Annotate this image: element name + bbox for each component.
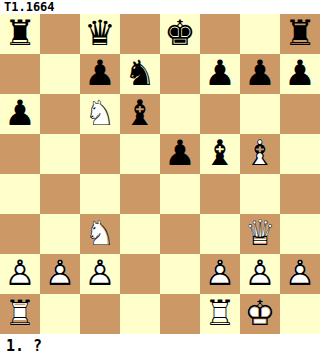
square-g8[interactable] <box>240 14 280 54</box>
square-c3[interactable]: ♞♘ <box>80 214 120 254</box>
square-c4[interactable] <box>80 174 120 214</box>
piece-glyph-outline: ♖ <box>0 294 40 334</box>
square-f6[interactable] <box>200 94 240 134</box>
white-rook[interactable]: ♜♖ <box>200 294 240 334</box>
black-rook[interactable]: ♜ <box>0 14 40 54</box>
square-h4[interactable] <box>280 174 320 214</box>
square-a2[interactable]: ♟♙ <box>0 254 40 294</box>
square-d3[interactable] <box>120 214 160 254</box>
square-b3[interactable] <box>40 214 80 254</box>
square-g1[interactable]: ♚♔ <box>240 294 280 334</box>
square-h8[interactable]: ♜ <box>280 14 320 54</box>
piece-glyph: ♝ <box>120 94 160 134</box>
white-queen[interactable]: ♛♕ <box>240 214 280 254</box>
square-c8[interactable]: ♛ <box>80 14 120 54</box>
white-pawn[interactable]: ♟♙ <box>80 254 120 294</box>
square-a6[interactable]: ♟ <box>0 94 40 134</box>
black-knight[interactable]: ♞ <box>120 54 160 94</box>
square-e8[interactable]: ♚ <box>160 14 200 54</box>
square-e6[interactable] <box>160 94 200 134</box>
piece-glyph: ♟ <box>80 54 120 94</box>
square-b8[interactable] <box>40 14 80 54</box>
white-pawn[interactable]: ♟♙ <box>240 254 280 294</box>
white-pawn[interactable]: ♟♙ <box>0 254 40 294</box>
piece-glyph: ♜ <box>280 14 320 54</box>
square-b5[interactable] <box>40 134 80 174</box>
square-a8[interactable]: ♜ <box>0 14 40 54</box>
square-f5[interactable]: ♝ <box>200 134 240 174</box>
piece-glyph-outline: ♙ <box>40 254 80 294</box>
square-h2[interactable]: ♟♙ <box>280 254 320 294</box>
chess-app: T1.1664 ♜♛♚♜♟♞♟♟♟♟♞♘♝♟♝♝♗♞♘♛♕♟♙♟♙♟♙♟♙♟♙♟… <box>0 0 320 360</box>
white-pawn[interactable]: ♟♙ <box>200 254 240 294</box>
puzzle-title: T1.1664 <box>0 0 320 14</box>
square-g4[interactable] <box>240 174 280 214</box>
black-pawn[interactable]: ♟ <box>200 54 240 94</box>
square-d4[interactable] <box>120 174 160 214</box>
piece-glyph: ♝ <box>200 134 240 174</box>
square-a5[interactable] <box>0 134 40 174</box>
square-h1[interactable] <box>280 294 320 334</box>
square-a3[interactable] <box>0 214 40 254</box>
square-g6[interactable] <box>240 94 280 134</box>
white-knight[interactable]: ♞♘ <box>80 94 120 134</box>
square-e3[interactable] <box>160 214 200 254</box>
piece-glyph: ♜ <box>0 14 40 54</box>
piece-glyph-outline: ♙ <box>240 254 280 294</box>
black-pawn[interactable]: ♟ <box>80 54 120 94</box>
square-d8[interactable] <box>120 14 160 54</box>
square-g7[interactable]: ♟ <box>240 54 280 94</box>
move-prompt: 1. ? <box>0 334 320 360</box>
square-c2[interactable]: ♟♙ <box>80 254 120 294</box>
square-g2[interactable]: ♟♙ <box>240 254 280 294</box>
square-d7[interactable]: ♞ <box>120 54 160 94</box>
square-d2[interactable] <box>120 254 160 294</box>
square-a1[interactable]: ♜♖ <box>0 294 40 334</box>
square-f4[interactable] <box>200 174 240 214</box>
square-e4[interactable] <box>160 174 200 214</box>
square-d5[interactable] <box>120 134 160 174</box>
square-b1[interactable] <box>40 294 80 334</box>
piece-glyph: ♞ <box>120 54 160 94</box>
white-knight[interactable]: ♞♘ <box>80 214 120 254</box>
black-bishop[interactable]: ♝ <box>120 94 160 134</box>
black-queen[interactable]: ♛ <box>80 14 120 54</box>
piece-glyph: ♟ <box>200 54 240 94</box>
square-b2[interactable]: ♟♙ <box>40 254 80 294</box>
square-e2[interactable] <box>160 254 200 294</box>
white-bishop[interactable]: ♝♗ <box>240 134 280 174</box>
piece-glyph-outline: ♙ <box>0 254 40 294</box>
piece-glyph-outline: ♙ <box>280 254 320 294</box>
square-f3[interactable] <box>200 214 240 254</box>
piece-glyph-outline: ♕ <box>240 214 280 254</box>
square-f7[interactable]: ♟ <box>200 54 240 94</box>
square-e5[interactable]: ♟ <box>160 134 200 174</box>
chess-board: ♜♛♚♜♟♞♟♟♟♟♞♘♝♟♝♝♗♞♘♛♕♟♙♟♙♟♙♟♙♟♙♟♙♜♖♜♖♚♔ <box>0 14 320 334</box>
piece-glyph-outline: ♘ <box>80 214 120 254</box>
square-d1[interactable] <box>120 294 160 334</box>
square-b7[interactable] <box>40 54 80 94</box>
square-f1[interactable]: ♜♖ <box>200 294 240 334</box>
white-king[interactable]: ♚♔ <box>240 294 280 334</box>
black-pawn[interactable]: ♟ <box>280 54 320 94</box>
piece-glyph: ♟ <box>240 54 280 94</box>
piece-glyph-outline: ♗ <box>240 134 280 174</box>
square-c7[interactable]: ♟ <box>80 54 120 94</box>
square-d6[interactable]: ♝ <box>120 94 160 134</box>
piece-glyph-outline: ♖ <box>200 294 240 334</box>
square-h5[interactable] <box>280 134 320 174</box>
square-c1[interactable] <box>80 294 120 334</box>
black-pawn[interactable]: ♟ <box>240 54 280 94</box>
white-pawn[interactable]: ♟♙ <box>280 254 320 294</box>
piece-glyph: ♟ <box>0 94 40 134</box>
white-pawn[interactable]: ♟♙ <box>40 254 80 294</box>
square-f8[interactable] <box>200 14 240 54</box>
square-b4[interactable] <box>40 174 80 214</box>
square-h6[interactable] <box>280 94 320 134</box>
black-rook[interactable]: ♜ <box>280 14 320 54</box>
square-e7[interactable] <box>160 54 200 94</box>
black-king[interactable]: ♚ <box>160 14 200 54</box>
square-a7[interactable] <box>0 54 40 94</box>
black-pawn[interactable]: ♟ <box>160 134 200 174</box>
white-rook[interactable]: ♜♖ <box>0 294 40 334</box>
piece-glyph: ♛ <box>80 14 120 54</box>
square-h7[interactable]: ♟ <box>280 54 320 94</box>
square-h3[interactable] <box>280 214 320 254</box>
piece-glyph-outline: ♔ <box>240 294 280 334</box>
square-c5[interactable] <box>80 134 120 174</box>
black-bishop[interactable]: ♝ <box>200 134 240 174</box>
square-b6[interactable] <box>40 94 80 134</box>
square-g5[interactable]: ♝♗ <box>240 134 280 174</box>
square-f2[interactable]: ♟♙ <box>200 254 240 294</box>
piece-glyph-outline: ♘ <box>80 94 120 134</box>
square-c6[interactable]: ♞♘ <box>80 94 120 134</box>
piece-glyph: ♟ <box>280 54 320 94</box>
piece-glyph: ♟ <box>160 134 200 174</box>
square-a4[interactable] <box>0 174 40 214</box>
piece-glyph: ♚ <box>160 14 200 54</box>
piece-glyph-outline: ♙ <box>80 254 120 294</box>
square-e1[interactable] <box>160 294 200 334</box>
piece-glyph-outline: ♙ <box>200 254 240 294</box>
black-pawn[interactable]: ♟ <box>0 94 40 134</box>
square-g3[interactable]: ♛♕ <box>240 214 280 254</box>
